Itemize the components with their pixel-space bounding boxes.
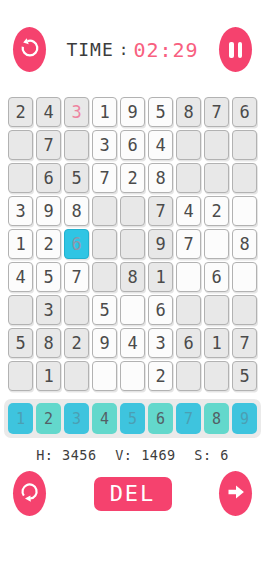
- cell-r6c4[interactable]: [92, 262, 117, 292]
- cell-digit: 2: [71, 333, 81, 353]
- undo-icon: [19, 37, 41, 63]
- cell-r9c9[interactable]: 5: [232, 361, 257, 391]
- cell-digit: 5: [71, 168, 81, 188]
- cell-digit: 8: [43, 333, 53, 353]
- cell-r8c2[interactable]: 8: [36, 328, 61, 358]
- cell-digit: 7: [99, 168, 109, 188]
- cell-digit: 6: [211, 267, 221, 287]
- cell-digit: 3: [15, 201, 25, 221]
- cell-r2c8[interactable]: [204, 130, 229, 160]
- cell-r6c2[interactable]: 5: [36, 262, 61, 292]
- cell-digit: 7: [71, 267, 81, 287]
- cell-digit: 6: [239, 102, 249, 122]
- cell-r3c8[interactable]: [204, 163, 229, 193]
- cell-r1c2[interactable]: 4: [36, 97, 61, 127]
- cell-r4c9[interactable]: [232, 196, 257, 226]
- top-bar: TIME : 02:29: [0, 0, 265, 72]
- cell-r9c3[interactable]: [64, 361, 89, 391]
- pause-icon: [229, 42, 242, 58]
- cell-r9c2[interactable]: 1: [36, 361, 61, 391]
- cell-digit: 2: [211, 201, 221, 221]
- cell-r4c1[interactable]: 3: [8, 196, 33, 226]
- cell-digit: 3: [43, 300, 53, 320]
- number-button-3[interactable]: 3: [64, 403, 89, 434]
- cell-digit: 3: [99, 135, 109, 155]
- cell-digit: 7: [239, 333, 249, 353]
- cell-digit: 1: [211, 333, 221, 353]
- cell-r2c3[interactable]: [64, 130, 89, 160]
- number-button-8[interactable]: 8: [204, 403, 229, 434]
- cell-digit: 1: [15, 234, 25, 254]
- cell-r8c9[interactable]: 7: [232, 328, 257, 358]
- cell-digit: 9: [99, 333, 109, 353]
- cell-r4c8[interactable]: 2: [204, 196, 229, 226]
- cell-r5c2[interactable]: 2: [36, 229, 61, 259]
- bottom-controls: DEL: [13, 471, 252, 516]
- cell-digit: 6: [183, 333, 193, 353]
- cell-r8c5[interactable]: 4: [120, 328, 145, 358]
- cell-r3c4[interactable]: 7: [92, 163, 117, 193]
- cell-r1c3[interactable]: 3: [64, 97, 89, 127]
- cell-r2c5[interactable]: 6: [120, 130, 145, 160]
- cell-digit: 5: [15, 333, 25, 353]
- number-button-5[interactable]: 5: [120, 403, 145, 434]
- next-button[interactable]: [219, 471, 252, 516]
- number-button-2[interactable]: 2: [36, 403, 61, 434]
- cell-r7c6[interactable]: 6: [148, 295, 173, 325]
- cell-digit: 7: [155, 201, 165, 221]
- cell-r4c2[interactable]: 9: [36, 196, 61, 226]
- horizontal-candidates: H: 3456: [36, 447, 96, 463]
- cell-r8c6[interactable]: 3: [148, 328, 173, 358]
- cell-r3c6[interactable]: 8: [148, 163, 173, 193]
- cell-r1c7[interactable]: 8: [176, 97, 201, 127]
- cell-digit: 4: [127, 333, 137, 353]
- cell-digit: 7: [43, 135, 53, 155]
- cell-r6c8[interactable]: 6: [204, 262, 229, 292]
- cell-r2c9[interactable]: [232, 130, 257, 160]
- cell-digit: 5: [43, 267, 53, 287]
- cell-r7c1[interactable]: [8, 295, 33, 325]
- cell-r7c8[interactable]: [204, 295, 229, 325]
- cell-r5c5[interactable]: [120, 229, 145, 259]
- cell-r9c6[interactable]: 2: [148, 361, 173, 391]
- cell-digit: 4: [155, 135, 165, 155]
- cell-digit: 6: [155, 300, 165, 320]
- cell-digit: 8: [155, 168, 165, 188]
- cell-digit: 2: [155, 366, 165, 386]
- time-colon: :: [119, 40, 129, 59]
- number-button-1[interactable]: 1: [8, 403, 33, 434]
- cell-r2c1[interactable]: [8, 130, 33, 160]
- timer: TIME : 02:29: [66, 38, 198, 62]
- cell-r2c2[interactable]: 7: [36, 130, 61, 160]
- cell-r1c5[interactable]: 9: [120, 97, 145, 127]
- cell-r8c4[interactable]: 9: [92, 328, 117, 358]
- cell-r7c5[interactable]: [120, 295, 145, 325]
- cell-r2c6[interactable]: 4: [148, 130, 173, 160]
- cell-digit: 1: [43, 366, 53, 386]
- cell-r6c6[interactable]: 1: [148, 262, 173, 292]
- cell-r6c1[interactable]: 4: [8, 262, 33, 292]
- cell-r1c9[interactable]: 6: [232, 97, 257, 127]
- cell-r9c7[interactable]: [176, 361, 201, 391]
- cell-r2c4[interactable]: 3: [92, 130, 117, 160]
- cell-digit: 8: [71, 201, 81, 221]
- cell-r3c5[interactable]: 2: [120, 163, 145, 193]
- time-label: TIME: [66, 39, 113, 60]
- cell-r8c3[interactable]: 2: [64, 328, 89, 358]
- pause-button[interactable]: [219, 27, 252, 72]
- cell-digit: 8: [183, 102, 193, 122]
- cell-r4c5[interactable]: [120, 196, 145, 226]
- cell-r8c1[interactable]: 5: [8, 328, 33, 358]
- cell-r7c7[interactable]: [176, 295, 201, 325]
- cell-r3c9[interactable]: [232, 163, 257, 193]
- cell-digit: 4: [183, 201, 193, 221]
- cell-digit: 9: [43, 201, 53, 221]
- cell-r9c8[interactable]: [204, 361, 229, 391]
- number-button-7[interactable]: 7: [176, 403, 201, 434]
- arrow-right-icon: [226, 482, 246, 506]
- cell-r2c7[interactable]: [176, 130, 201, 160]
- cell-r5c6[interactable]: 9: [148, 229, 173, 259]
- restart-button[interactable]: [13, 471, 46, 516]
- candidate-stats: H: 3456 V: 1469 S: 6: [0, 447, 265, 463]
- cell-digit: 6: [71, 234, 81, 254]
- cell-r4c3[interactable]: 8: [64, 196, 89, 226]
- number-button-9[interactable]: 9: [232, 403, 257, 434]
- cell-digit: 8: [239, 234, 249, 254]
- cell-digit: 3: [71, 102, 81, 122]
- number-button-6[interactable]: 6: [148, 403, 173, 434]
- number-button-4[interactable]: 4: [92, 403, 117, 434]
- cell-digit: 3: [155, 333, 165, 353]
- time-value: 02:29: [133, 38, 198, 62]
- cell-digit: 2: [43, 234, 53, 254]
- cell-r1c4[interactable]: 1: [92, 97, 117, 127]
- cell-r5c3[interactable]: 6: [64, 229, 89, 259]
- cell-r5c7[interactable]: 7: [176, 229, 201, 259]
- cell-digit: 4: [15, 267, 25, 287]
- square-candidates: S: 6: [194, 447, 229, 463]
- sudoku-board: 2431958767364657283987421269784578163565…: [8, 97, 257, 391]
- cell-digit: 5: [99, 300, 109, 320]
- cell-digit: 6: [43, 168, 53, 188]
- cell-digit: 1: [99, 102, 109, 122]
- restart-icon: [19, 481, 41, 507]
- cell-r7c3[interactable]: [64, 295, 89, 325]
- cell-digit: 2: [15, 102, 25, 122]
- cell-digit: 2: [127, 168, 137, 188]
- cell-digit: 7: [183, 234, 193, 254]
- cell-r3c1[interactable]: [8, 163, 33, 193]
- cell-r4c4[interactable]: [92, 196, 117, 226]
- cell-r5c9[interactable]: 8: [232, 229, 257, 259]
- cell-r9c1[interactable]: [8, 361, 33, 391]
- cell-r8c8[interactable]: 1: [204, 328, 229, 358]
- number-picker: 123456789: [4, 399, 261, 438]
- cell-digit: 4: [43, 102, 53, 122]
- cell-digit: 6: [127, 135, 137, 155]
- cell-digit: 8: [127, 267, 137, 287]
- cell-r9c4[interactable]: [92, 361, 117, 391]
- cell-digit: 9: [127, 102, 137, 122]
- cell-digit: 7: [211, 102, 221, 122]
- cell-r5c1[interactable]: 1: [8, 229, 33, 259]
- cell-r6c3[interactable]: 7: [64, 262, 89, 292]
- cell-r4c7[interactable]: 4: [176, 196, 201, 226]
- cell-r5c8[interactable]: [204, 229, 229, 259]
- cell-r1c8[interactable]: 7: [204, 97, 229, 127]
- cell-r7c2[interactable]: 3: [36, 295, 61, 325]
- vertical-candidates: V: 1469: [115, 447, 175, 463]
- cell-r5c4[interactable]: [92, 229, 117, 259]
- cell-r3c7[interactable]: [176, 163, 201, 193]
- cell-r6c5[interactable]: 8: [120, 262, 145, 292]
- cell-r8c7[interactable]: 6: [176, 328, 201, 358]
- cell-r7c9[interactable]: [232, 295, 257, 325]
- cell-r1c1[interactable]: 2: [8, 97, 33, 127]
- cell-r7c4[interactable]: 5: [92, 295, 117, 325]
- cell-r9c5[interactable]: [120, 361, 145, 391]
- cell-digit: 5: [155, 102, 165, 122]
- delete-button[interactable]: DEL: [94, 477, 172, 511]
- cell-r6c7[interactable]: [176, 262, 201, 292]
- cell-r4c6[interactable]: 7: [148, 196, 173, 226]
- cell-digit: 1: [155, 267, 165, 287]
- cell-digit: 9: [155, 234, 165, 254]
- cell-r3c2[interactable]: 6: [36, 163, 61, 193]
- cell-digit: 5: [239, 366, 249, 386]
- undo-button[interactable]: [13, 27, 46, 72]
- cell-r1c6[interactable]: 5: [148, 97, 173, 127]
- cell-r3c3[interactable]: 5: [64, 163, 89, 193]
- cell-r6c9[interactable]: [232, 262, 257, 292]
